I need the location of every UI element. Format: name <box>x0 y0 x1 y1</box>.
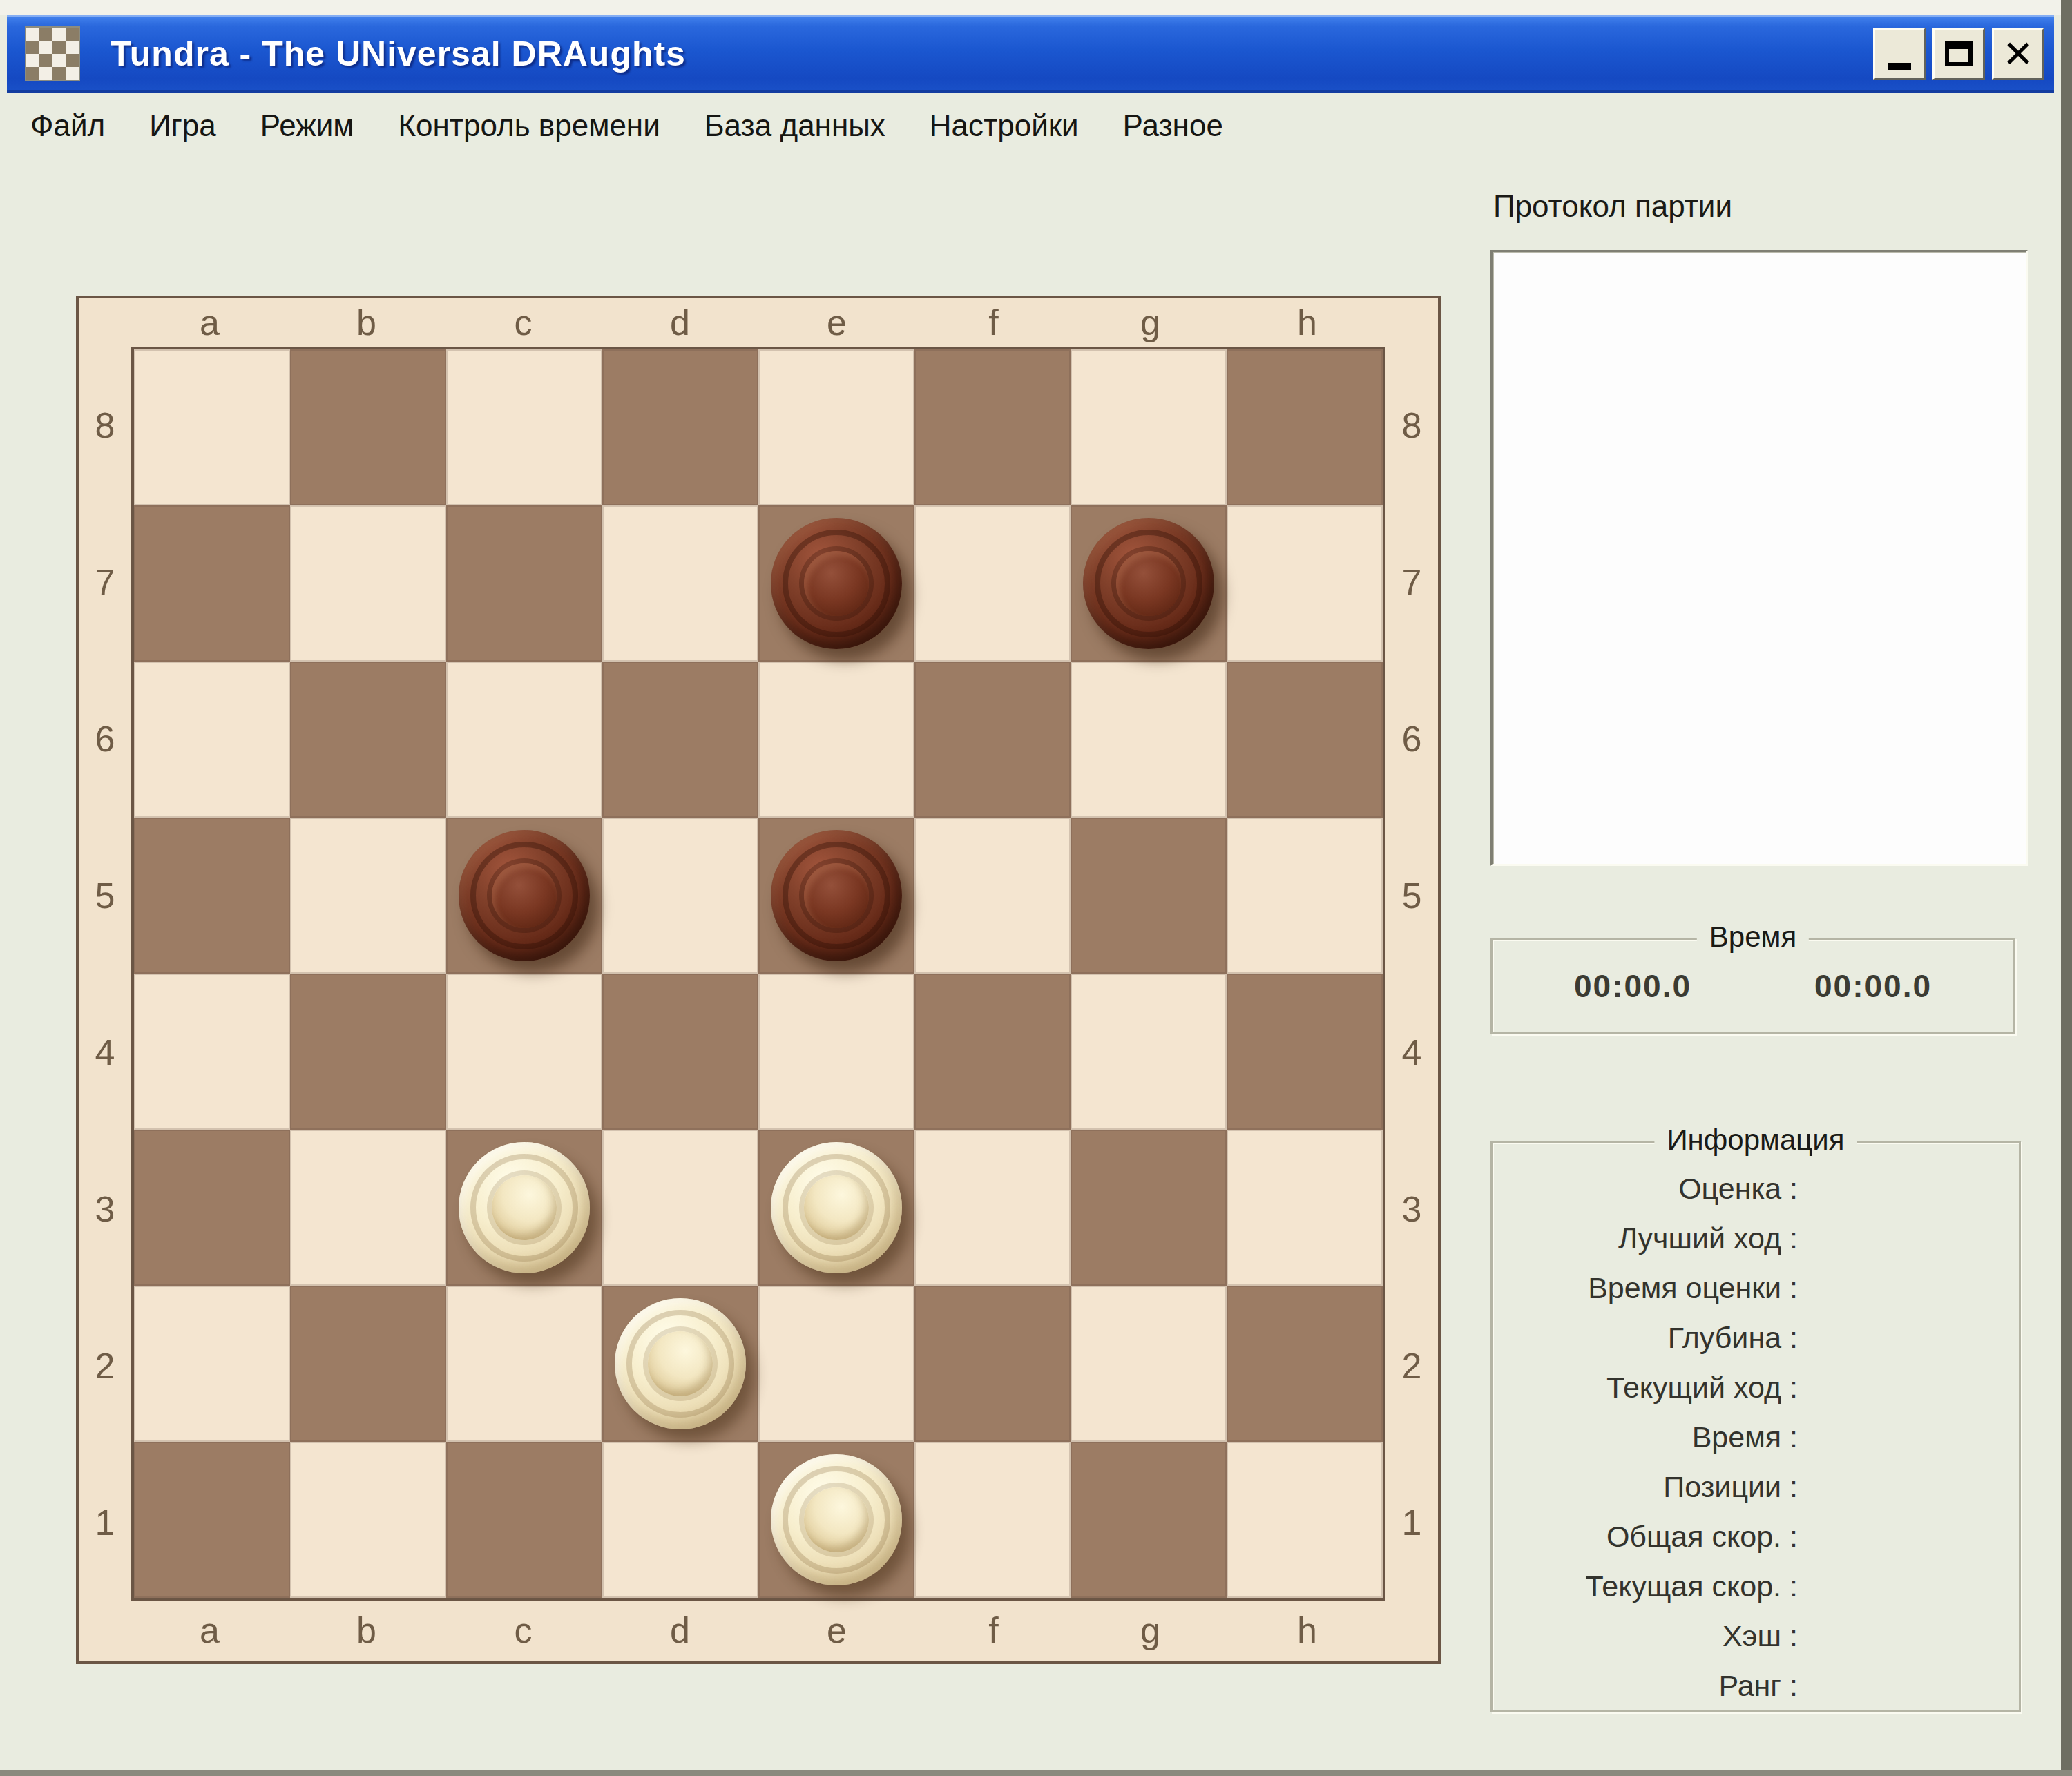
square-g6[interactable] <box>1071 662 1227 818</box>
info-label-1: Оценка : <box>1493 1172 1798 1206</box>
maximize-icon <box>1945 41 1973 66</box>
square-b6[interactable] <box>290 662 446 818</box>
info-label-5: Текущий ход : <box>1493 1371 1798 1405</box>
menu-item-1[interactable]: Файл <box>30 108 105 143</box>
light-piece-e1[interactable] <box>771 1454 902 1585</box>
info-row-11: Ранг : <box>1493 1661 2019 1710</box>
square-g1[interactable] <box>1071 1442 1227 1598</box>
info-row-9: Текущая скор. : <box>1493 1561 2019 1611</box>
info-row-10: Хэш : <box>1493 1611 2019 1661</box>
square-h5[interactable] <box>1227 818 1383 974</box>
menu-item-2[interactable]: Игра <box>149 108 216 143</box>
clock-row: 00:00.0 00:00.0 <box>1493 940 2013 1032</box>
info-row-2: Лучший ход : <box>1493 1213 2019 1263</box>
coord-label-7: 7 <box>79 503 131 660</box>
coord-label-b: b <box>288 298 445 347</box>
square-b4[interactable] <box>290 974 446 1130</box>
square-h6[interactable] <box>1227 662 1383 818</box>
info-row-6: Время : <box>1493 1412 2019 1462</box>
square-h2[interactable] <box>1227 1286 1383 1442</box>
square-f1[interactable] <box>914 1442 1071 1598</box>
square-e7[interactable] <box>758 505 914 662</box>
coord-label-2: 2 <box>79 1287 131 1444</box>
info-label-9: Текущая скор. : <box>1493 1570 1798 1603</box>
window-top-edge <box>0 0 2072 15</box>
square-e2[interactable] <box>758 1286 914 1442</box>
square-b1[interactable] <box>290 1442 446 1598</box>
menu-item-5[interactable]: База данных <box>704 108 885 143</box>
title-bar[interactable]: Tundra - The UNiversal DRAughts ✕ <box>7 15 2054 93</box>
square-a5[interactable] <box>134 818 290 974</box>
menu-item-4[interactable]: Контроль времени <box>398 108 660 143</box>
close-icon: ✕ <box>2002 35 2033 73</box>
square-c4[interactable] <box>446 974 602 1130</box>
square-g8[interactable] <box>1071 349 1227 505</box>
time-groupbox: Время 00:00.0 00:00.0 <box>1490 938 2015 1034</box>
coord-label-5: 5 <box>79 817 131 974</box>
info-row-8: Общая скор. : <box>1493 1512 2019 1561</box>
coord-label-g: g <box>1072 1601 1229 1660</box>
square-d7[interactable] <box>602 505 758 662</box>
coord-label-2: 2 <box>1385 1287 1438 1444</box>
coord-label-a: a <box>131 1601 288 1660</box>
window-right-edge <box>2061 0 2072 1776</box>
square-d1[interactable] <box>602 1442 758 1598</box>
square-h4[interactable] <box>1227 974 1383 1130</box>
square-b5[interactable] <box>290 818 446 974</box>
coord-label-f: f <box>915 1601 1072 1660</box>
coord-label-e: e <box>758 298 915 347</box>
coord-label-6: 6 <box>79 660 131 817</box>
square-d8[interactable] <box>602 349 758 505</box>
square-c8[interactable] <box>446 349 602 505</box>
square-d3[interactable] <box>602 1130 758 1286</box>
draughts-board <box>131 347 1385 1601</box>
dark-piece-g7[interactable] <box>1083 518 1214 649</box>
light-piece-e3[interactable] <box>771 1142 902 1273</box>
square-c1[interactable] <box>446 1442 602 1598</box>
coord-label-4: 4 <box>79 974 131 1130</box>
square-e3[interactable] <box>758 1130 914 1286</box>
square-d4[interactable] <box>602 974 758 1130</box>
maximize-button[interactable] <box>1932 28 1985 80</box>
square-d5[interactable] <box>602 818 758 974</box>
info-rows: Оценка :Лучший ход :Время оценки :Глубин… <box>1493 1164 2019 1710</box>
info-label-2: Лучший ход : <box>1493 1222 1798 1255</box>
window-title: Tundra - The UNiversal DRAughts <box>111 34 686 74</box>
square-f7[interactable] <box>914 505 1071 662</box>
square-a7[interactable] <box>134 505 290 662</box>
window-controls: ✕ <box>1873 19 2044 89</box>
left-clock: 00:00.0 <box>1574 967 1691 1005</box>
square-d6[interactable] <box>602 662 758 818</box>
coord-label-g: g <box>1072 298 1229 347</box>
board-frame: abcdefgh abcdefgh 87654321 87654321 <box>76 296 1441 1664</box>
square-a8[interactable] <box>134 349 290 505</box>
menu-bar: ФайлИграРежимКонтроль времениБаза данных… <box>7 93 2054 159</box>
coord-label-a: a <box>131 298 288 347</box>
coord-label-d: d <box>602 298 758 347</box>
square-h7[interactable] <box>1227 505 1383 662</box>
info-row-5: Текущий ход : <box>1493 1362 2019 1412</box>
info-row-3: Время оценки : <box>1493 1263 2019 1313</box>
square-b7[interactable] <box>290 505 446 662</box>
coord-label-h: h <box>1229 1601 1385 1660</box>
coord-label-3: 3 <box>1385 1130 1438 1287</box>
square-e8[interactable] <box>758 349 914 505</box>
square-e6[interactable] <box>758 662 914 818</box>
coord-label-h: h <box>1229 298 1385 347</box>
square-c2[interactable] <box>446 1286 602 1442</box>
rank-labels-left: 87654321 <box>79 347 131 1601</box>
coord-label-c: c <box>445 1601 602 1660</box>
info-row-1: Оценка : <box>1493 1164 2019 1213</box>
coord-label-3: 3 <box>79 1130 131 1287</box>
coord-label-e: e <box>758 1601 915 1660</box>
square-e5[interactable] <box>758 818 914 974</box>
coord-label-1: 1 <box>1385 1444 1438 1601</box>
square-b8[interactable] <box>290 349 446 505</box>
square-b3[interactable] <box>290 1130 446 1286</box>
square-a1[interactable] <box>134 1442 290 1598</box>
rank-labels-right: 87654321 <box>1385 347 1438 1601</box>
dark-piece-c5[interactable] <box>459 830 590 961</box>
coord-label-1: 1 <box>79 1444 131 1601</box>
square-f4[interactable] <box>914 974 1071 1130</box>
square-f3[interactable] <box>914 1130 1071 1286</box>
square-g7[interactable] <box>1071 505 1227 662</box>
info-label-10: Хэш : <box>1493 1619 1798 1653</box>
square-a2[interactable] <box>134 1286 290 1442</box>
menu-item-6[interactable]: Настройки <box>930 108 1079 143</box>
square-h8[interactable] <box>1227 349 1383 505</box>
square-c6[interactable] <box>446 662 602 818</box>
square-a4[interactable] <box>134 974 290 1130</box>
time-group-title: Время <box>1697 920 1809 954</box>
coord-label-8: 8 <box>79 347 131 503</box>
info-group-title: Информация <box>1654 1123 1857 1157</box>
info-label-7: Позиции : <box>1493 1470 1798 1504</box>
light-piece-d2[interactable] <box>615 1298 746 1429</box>
info-label-4: Глубина : <box>1493 1321 1798 1355</box>
info-groupbox: Информация Оценка :Лучший ход :Время оце… <box>1490 1141 2021 1712</box>
coord-label-6: 6 <box>1385 660 1438 817</box>
coord-label-c: c <box>445 298 602 347</box>
square-g3[interactable] <box>1071 1130 1227 1286</box>
menu-item-7[interactable]: Разное <box>1123 108 1223 143</box>
square-g4[interactable] <box>1071 974 1227 1130</box>
square-a6[interactable] <box>134 662 290 818</box>
coord-label-4: 4 <box>1385 974 1438 1130</box>
square-a3[interactable] <box>134 1130 290 1286</box>
square-g5[interactable] <box>1071 818 1227 974</box>
square-c7[interactable] <box>446 505 602 662</box>
coord-label-5: 5 <box>1385 817 1438 974</box>
info-label-3: Время оценки : <box>1493 1271 1798 1305</box>
coord-label-f: f <box>915 298 1072 347</box>
close-button[interactable]: ✕ <box>1992 28 2044 80</box>
coord-label-d: d <box>602 1601 758 1660</box>
info-label-6: Время : <box>1493 1420 1798 1454</box>
window-bottom-edge <box>0 1770 2072 1776</box>
right-clock: 00:00.0 <box>1814 967 1932 1005</box>
info-row-7: Позиции : <box>1493 1462 2019 1512</box>
minimize-button[interactable] <box>1873 28 1926 80</box>
dark-piece-e5[interactable] <box>771 830 902 961</box>
info-label-11: Ранг : <box>1493 1669 1798 1703</box>
light-piece-c3[interactable] <box>459 1142 590 1273</box>
protocol-label: Протокол партии <box>1493 189 1732 224</box>
square-f2[interactable] <box>914 1286 1071 1442</box>
square-f5[interactable] <box>914 818 1071 974</box>
game-protocol-listbox[interactable] <box>1490 250 2028 866</box>
square-c3[interactable] <box>446 1130 602 1286</box>
square-b2[interactable] <box>290 1286 446 1442</box>
minimize-icon <box>1888 63 1911 70</box>
app-checkerboard-icon <box>25 26 80 81</box>
square-h3[interactable] <box>1227 1130 1383 1286</box>
square-d2[interactable] <box>602 1286 758 1442</box>
square-g2[interactable] <box>1071 1286 1227 1442</box>
coord-label-8: 8 <box>1385 347 1438 503</box>
dark-piece-e7[interactable] <box>771 518 902 649</box>
file-labels-top: abcdefgh <box>131 298 1385 347</box>
menu-item-3[interactable]: Режим <box>260 108 354 143</box>
square-c5[interactable] <box>446 818 602 974</box>
coord-label-7: 7 <box>1385 503 1438 660</box>
square-f6[interactable] <box>914 662 1071 818</box>
info-row-4: Глубина : <box>1493 1313 2019 1362</box>
square-f8[interactable] <box>914 349 1071 505</box>
file-labels-bottom: abcdefgh <box>131 1601 1385 1660</box>
square-h1[interactable] <box>1227 1442 1383 1598</box>
square-e1[interactable] <box>758 1442 914 1598</box>
square-e4[interactable] <box>758 974 914 1130</box>
coord-label-b: b <box>288 1601 445 1660</box>
info-label-8: Общая скор. : <box>1493 1520 1798 1554</box>
